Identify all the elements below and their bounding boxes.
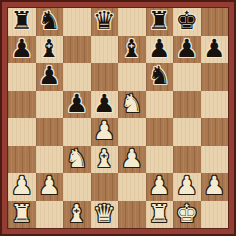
square-d8[interactable]: ♛ bbox=[91, 8, 119, 36]
square-g8[interactable]: ♚ bbox=[173, 8, 201, 36]
square-a2[interactable]: ♟ bbox=[8, 173, 36, 201]
square-d2[interactable] bbox=[91, 173, 119, 201]
square-b7[interactable]: ♝ bbox=[36, 36, 64, 64]
square-g2[interactable]: ♟ bbox=[173, 173, 201, 201]
square-e1[interactable] bbox=[118, 201, 146, 229]
piece-white-pawn[interactable]: ♟ bbox=[38, 173, 60, 198]
piece-white-pawn[interactable]: ♟ bbox=[203, 173, 225, 198]
square-f8[interactable]: ♜ bbox=[146, 8, 174, 36]
piece-black-rook[interactable]: ♜ bbox=[11, 8, 33, 33]
square-c2[interactable] bbox=[63, 173, 91, 201]
square-c3[interactable]: ♞ bbox=[63, 146, 91, 174]
piece-white-knight[interactable]: ♞ bbox=[121, 91, 143, 116]
square-f1[interactable]: ♜ bbox=[146, 201, 174, 229]
square-c6[interactable] bbox=[63, 63, 91, 91]
piece-black-queen[interactable]: ♛ bbox=[93, 8, 115, 33]
square-h6[interactable] bbox=[201, 63, 229, 91]
square-c8[interactable] bbox=[63, 8, 91, 36]
piece-white-pawn[interactable]: ♟ bbox=[176, 173, 198, 198]
chess-board: ♜♞♛♜♚♟♝♝♟♟♟♟♞♟♟♞♟♞♝♟♟♟♟♟♟♜♝♛♜♚ bbox=[8, 8, 228, 228]
piece-white-rook[interactable]: ♜ bbox=[148, 201, 170, 226]
piece-black-pawn[interactable]: ♟ bbox=[93, 91, 115, 116]
square-e8[interactable] bbox=[118, 8, 146, 36]
square-f4[interactable] bbox=[146, 118, 174, 146]
square-b4[interactable] bbox=[36, 118, 64, 146]
square-c7[interactable] bbox=[63, 36, 91, 64]
square-g5[interactable] bbox=[173, 91, 201, 119]
square-e2[interactable] bbox=[118, 173, 146, 201]
square-g1[interactable]: ♚ bbox=[173, 201, 201, 229]
square-f7[interactable]: ♟ bbox=[146, 36, 174, 64]
square-f3[interactable] bbox=[146, 146, 174, 174]
square-h8[interactable] bbox=[201, 8, 229, 36]
square-d1[interactable]: ♛ bbox=[91, 201, 119, 229]
piece-white-pawn[interactable]: ♟ bbox=[148, 173, 170, 198]
square-e7[interactable]: ♝ bbox=[118, 36, 146, 64]
square-g6[interactable] bbox=[173, 63, 201, 91]
square-e4[interactable] bbox=[118, 118, 146, 146]
square-f6[interactable]: ♞ bbox=[146, 63, 174, 91]
square-c4[interactable] bbox=[63, 118, 91, 146]
piece-black-bishop[interactable]: ♝ bbox=[38, 36, 60, 61]
square-d3[interactable]: ♝ bbox=[91, 146, 119, 174]
piece-black-pawn[interactable]: ♟ bbox=[38, 63, 60, 88]
square-b6[interactable]: ♟ bbox=[36, 63, 64, 91]
square-a5[interactable] bbox=[8, 91, 36, 119]
piece-black-rook[interactable]: ♜ bbox=[148, 8, 170, 33]
piece-white-rook[interactable]: ♜ bbox=[11, 201, 33, 226]
square-g4[interactable] bbox=[173, 118, 201, 146]
square-h1[interactable] bbox=[201, 201, 229, 229]
square-a4[interactable] bbox=[8, 118, 36, 146]
square-b2[interactable]: ♟ bbox=[36, 173, 64, 201]
square-d5[interactable]: ♟ bbox=[91, 91, 119, 119]
piece-black-pawn[interactable]: ♟ bbox=[176, 36, 198, 61]
square-g3[interactable] bbox=[173, 146, 201, 174]
square-a3[interactable] bbox=[8, 146, 36, 174]
square-e3[interactable]: ♟ bbox=[118, 146, 146, 174]
square-b8[interactable]: ♞ bbox=[36, 8, 64, 36]
square-a6[interactable] bbox=[8, 63, 36, 91]
square-h4[interactable] bbox=[201, 118, 229, 146]
piece-white-knight[interactable]: ♞ bbox=[66, 146, 88, 171]
square-h5[interactable] bbox=[201, 91, 229, 119]
square-h3[interactable] bbox=[201, 146, 229, 174]
piece-black-knight[interactable]: ♞ bbox=[38, 8, 60, 33]
square-a7[interactable]: ♟ bbox=[8, 36, 36, 64]
piece-black-pawn[interactable]: ♟ bbox=[148, 36, 170, 61]
square-d6[interactable] bbox=[91, 63, 119, 91]
square-c5[interactable]: ♟ bbox=[63, 91, 91, 119]
square-h7[interactable]: ♟ bbox=[201, 36, 229, 64]
piece-black-knight[interactable]: ♞ bbox=[148, 63, 170, 88]
square-e6[interactable] bbox=[118, 63, 146, 91]
chess-board-frame: ♜♞♛♜♚♟♝♝♟♟♟♟♞♟♟♞♟♞♝♟♟♟♟♟♟♜♝♛♜♚ bbox=[0, 0, 236, 236]
piece-black-pawn[interactable]: ♟ bbox=[203, 36, 225, 61]
piece-white-pawn[interactable]: ♟ bbox=[93, 118, 115, 143]
piece-black-bishop[interactable]: ♝ bbox=[121, 36, 143, 61]
square-b5[interactable] bbox=[36, 91, 64, 119]
piece-white-pawn[interactable]: ♟ bbox=[11, 173, 33, 198]
piece-white-pawn[interactable]: ♟ bbox=[121, 146, 143, 171]
piece-black-king[interactable]: ♚ bbox=[176, 8, 198, 33]
square-e5[interactable]: ♞ bbox=[118, 91, 146, 119]
square-h2[interactable]: ♟ bbox=[201, 173, 229, 201]
square-a8[interactable]: ♜ bbox=[8, 8, 36, 36]
square-c1[interactable]: ♝ bbox=[63, 201, 91, 229]
piece-white-king[interactable]: ♚ bbox=[176, 201, 198, 226]
square-g7[interactable]: ♟ bbox=[173, 36, 201, 64]
piece-black-pawn[interactable]: ♟ bbox=[11, 36, 33, 61]
square-f5[interactable] bbox=[146, 91, 174, 119]
piece-white-bishop[interactable]: ♝ bbox=[93, 146, 115, 171]
square-d7[interactable] bbox=[91, 36, 119, 64]
square-a1[interactable]: ♜ bbox=[8, 201, 36, 229]
piece-white-bishop[interactable]: ♝ bbox=[66, 201, 88, 226]
square-d4[interactable]: ♟ bbox=[91, 118, 119, 146]
square-f2[interactable]: ♟ bbox=[146, 173, 174, 201]
square-b1[interactable] bbox=[36, 201, 64, 229]
piece-black-pawn[interactable]: ♟ bbox=[66, 91, 88, 116]
piece-white-queen[interactable]: ♛ bbox=[93, 201, 115, 226]
square-b3[interactable] bbox=[36, 146, 64, 174]
